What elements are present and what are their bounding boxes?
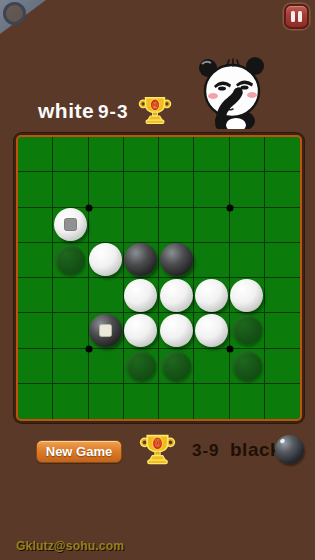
white-disc [89, 243, 122, 276]
white-score-text: 9-3 [98, 101, 128, 123]
board-cell[interactable] [89, 208, 124, 243]
black-disc [160, 243, 193, 276]
trophy-count-bottom: 0 [155, 438, 161, 449]
game-board [14, 133, 304, 423]
last-move-marker [64, 218, 77, 231]
board-cell[interactable] [265, 278, 300, 313]
board-cell[interactable] [159, 278, 194, 313]
board-cell[interactable] [159, 384, 194, 419]
board-cell[interactable] [265, 137, 300, 172]
board-cell[interactable] [124, 137, 159, 172]
board-cell[interactable] [18, 243, 53, 278]
board-cell[interactable] [230, 137, 265, 172]
board-cell[interactable] [124, 349, 159, 384]
watermark-email: Gklutz@sohu.com [16, 539, 124, 553]
board-cell[interactable] [194, 349, 229, 384]
board-cell[interactable] [53, 208, 88, 243]
board-cell[interactable] [53, 349, 88, 384]
board-cell[interactable] [230, 313, 265, 348]
board-border [16, 135, 302, 421]
move-hint [161, 351, 191, 381]
white-disc [124, 314, 157, 347]
board-cell[interactable] [18, 278, 53, 313]
board-cell[interactable] [18, 349, 53, 384]
board-cell[interactable] [124, 278, 159, 313]
board-cell[interactable] [124, 243, 159, 278]
board-cell[interactable] [159, 349, 194, 384]
trophy-icon: 0 [139, 433, 176, 465]
pause-icon [291, 11, 295, 22]
board-cell[interactable] [194, 137, 229, 172]
panda-avatar [192, 55, 276, 129]
board-cell[interactable] [265, 349, 300, 384]
pause-button[interactable] [284, 4, 309, 29]
board-cell[interactable] [265, 208, 300, 243]
corner-ring-icon [3, 2, 26, 25]
board-cell[interactable] [18, 137, 53, 172]
board-cell[interactable] [53, 172, 88, 207]
board-cell[interactable] [159, 313, 194, 348]
board-cell[interactable] [18, 313, 53, 348]
move-hint [55, 245, 85, 275]
board-cell[interactable] [53, 137, 88, 172]
black-score-text: 3-9 [192, 441, 220, 461]
move-hint [232, 351, 262, 381]
board-cell[interactable] [230, 278, 265, 313]
star-point [85, 204, 92, 211]
board-cell[interactable] [89, 243, 124, 278]
board-cell[interactable] [53, 278, 88, 313]
board-cell[interactable] [159, 137, 194, 172]
black-disc [124, 243, 157, 276]
board-cell[interactable] [159, 243, 194, 278]
move-hint [126, 351, 156, 381]
board-cell[interactable] [89, 384, 124, 419]
pause-icon [298, 11, 302, 22]
board-grid [18, 137, 300, 419]
board-cell[interactable] [194, 384, 229, 419]
move-hint [232, 315, 262, 345]
board-cell[interactable] [89, 278, 124, 313]
board-cell[interactable] [159, 208, 194, 243]
black-disc [89, 314, 122, 347]
board-cell[interactable] [230, 243, 265, 278]
board-cell[interactable] [194, 208, 229, 243]
board-cell[interactable] [18, 208, 53, 243]
white-disc [54, 208, 87, 241]
board-cell[interactable] [89, 349, 124, 384]
board-cell[interactable] [89, 313, 124, 348]
board-cell[interactable] [265, 384, 300, 419]
trophy-icon: 0 [138, 94, 172, 126]
board-cell[interactable] [18, 384, 53, 419]
board-cell[interactable] [124, 208, 159, 243]
board-cell[interactable] [194, 278, 229, 313]
trophy-count-top: 0 [152, 99, 157, 110]
board-cell[interactable] [265, 243, 300, 278]
board-cell[interactable] [194, 313, 229, 348]
board-cell[interactable] [89, 137, 124, 172]
board-cell[interactable] [230, 208, 265, 243]
board-cell[interactable] [265, 313, 300, 348]
board-cell[interactable] [53, 243, 88, 278]
board-cell[interactable] [230, 349, 265, 384]
board-cell[interactable] [18, 172, 53, 207]
board-cell[interactable] [265, 172, 300, 207]
board-cell[interactable] [124, 313, 159, 348]
board-cell[interactable] [53, 313, 88, 348]
new-game-button[interactable]: New Game [36, 440, 122, 463]
board-cell[interactable] [89, 172, 124, 207]
black-player-label: black [230, 439, 281, 461]
white-disc [124, 279, 157, 312]
white-disc [195, 314, 228, 347]
last-move-marker [99, 324, 112, 337]
app-background: white 9-3 0 [0, 0, 315, 560]
white-disc [195, 279, 228, 312]
white-disc [160, 279, 193, 312]
black-disc-icon [275, 435, 304, 464]
board-cell[interactable] [194, 172, 229, 207]
board-cell[interactable] [159, 172, 194, 207]
board-cell[interactable] [230, 384, 265, 419]
board-cell[interactable] [230, 172, 265, 207]
board-cell[interactable] [194, 243, 229, 278]
white-disc [230, 279, 263, 312]
star-point [85, 345, 92, 352]
white-player-label: white [38, 99, 94, 123]
board-cell[interactable] [124, 172, 159, 207]
white-disc [160, 314, 193, 347]
star-point [226, 345, 233, 352]
star-point [226, 204, 233, 211]
board-cell[interactable] [124, 384, 159, 419]
board-cell[interactable] [53, 384, 88, 419]
